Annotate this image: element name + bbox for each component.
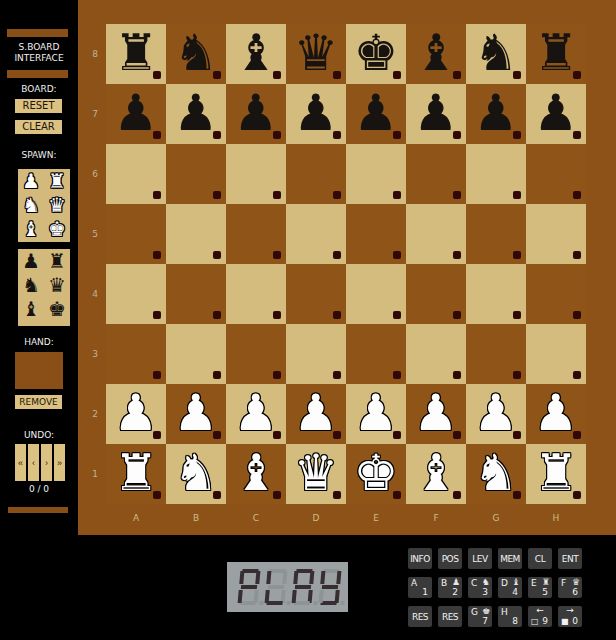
square-e1[interactable]: ♚ — [346, 444, 406, 504]
square-e2[interactable]: ♟ — [346, 384, 406, 444]
spawn-black-knight[interactable]: ♞ — [18, 273, 44, 297]
queen-icon: ♛ — [572, 577, 580, 587]
square-g1[interactable]: ♞ — [466, 444, 526, 504]
square-led-dot — [573, 191, 581, 199]
square-g4[interactable] — [466, 264, 526, 324]
square-led-dot — [333, 71, 341, 79]
square-led-dot — [273, 431, 281, 439]
square-led-dot — [273, 251, 281, 259]
key-right-0[interactable]: →■0 — [558, 606, 582, 627]
square-led-dot — [573, 251, 581, 259]
board-squares: ♜♞♝♛♚♝♞♜♟♟♟♟♟♟♟♟♟♟♟♟♟♟♟♟♜♞♝♛♚♝♞♜ — [106, 24, 586, 504]
square-f4[interactable] — [406, 264, 466, 324]
square-b6[interactable] — [166, 144, 226, 204]
square-f5[interactable] — [406, 204, 466, 264]
spawn-palette-white: ♟♜♞♛♝♚ — [18, 169, 70, 242]
file-label-d: D — [286, 504, 346, 532]
file-label-c: C — [226, 504, 286, 532]
redo-forward-button[interactable]: › — [41, 444, 52, 481]
key-f6[interactable]: F♛6 — [558, 577, 582, 598]
square-led-dot — [153, 191, 161, 199]
square-e6[interactable] — [346, 144, 406, 204]
square-c5[interactable] — [226, 204, 286, 264]
square-h7[interactable]: ♟ — [526, 84, 586, 144]
square-b8[interactable]: ♞ — [166, 24, 226, 84]
square-led-dot — [573, 131, 581, 139]
square-led-dot — [213, 191, 221, 199]
square-d4[interactable] — [286, 264, 346, 324]
undo-counter: 0 / 0 — [0, 484, 78, 494]
square-a8[interactable]: ♜ — [106, 24, 166, 84]
square-d8[interactable]: ♛ — [286, 24, 346, 84]
lcd-char-y — [318, 569, 341, 605]
square-led-dot — [153, 431, 161, 439]
square-led-dot — [453, 431, 461, 439]
square-led-dot — [393, 71, 401, 79]
square-led-dot — [213, 311, 221, 319]
square-h3[interactable] — [526, 324, 586, 384]
square-h5[interactable] — [526, 204, 586, 264]
file-label-f: F — [406, 504, 466, 532]
square-g2[interactable]: ♟ — [466, 384, 526, 444]
square-led-dot — [393, 431, 401, 439]
undo-back-button[interactable]: ‹ — [28, 444, 39, 481]
square-c1[interactable]: ♝ — [226, 444, 286, 504]
key-a1[interactable]: A1 — [408, 577, 432, 598]
square-led-dot — [513, 491, 521, 499]
square-led-dot — [213, 71, 221, 79]
square-d2[interactable]: ♟ — [286, 384, 346, 444]
right-arrow-icon: → — [558, 605, 582, 615]
lcd-display — [227, 562, 348, 612]
square-g6[interactable] — [466, 144, 526, 204]
square-led-dot — [273, 371, 281, 379]
square-led-dot — [153, 371, 161, 379]
accent-bar-mid — [7, 70, 68, 78]
square-c6[interactable] — [226, 144, 286, 204]
square-led-dot — [573, 371, 581, 379]
square-e3[interactable] — [346, 324, 406, 384]
square-led-dot — [513, 71, 521, 79]
square-led-dot — [453, 251, 461, 259]
square-led-dot — [213, 251, 221, 259]
king-icon: ♚ — [482, 606, 490, 616]
square-b3[interactable] — [166, 324, 226, 384]
square-d7[interactable]: ♟ — [286, 84, 346, 144]
undo-section-label: UNDO: — [0, 430, 78, 440]
square-led-dot — [273, 191, 281, 199]
key-c3[interactable]: C♞3 — [468, 577, 492, 598]
square-led-dot — [393, 491, 401, 499]
key-left-9[interactable]: ←□9 — [528, 606, 552, 627]
square-c4[interactable] — [226, 264, 286, 324]
rook-icon: ♜ — [542, 577, 550, 587]
square-h6[interactable] — [526, 144, 586, 204]
redo-last-button[interactable]: » — [54, 444, 65, 481]
reset-button[interactable]: RESET — [15, 99, 62, 113]
square-d6[interactable] — [286, 144, 346, 204]
square-led-dot — [333, 371, 341, 379]
square-led-dot — [513, 311, 521, 319]
square-led-dot — [513, 431, 521, 439]
rank-label-5: 5 — [78, 204, 104, 264]
square-led-dot — [333, 131, 341, 139]
pawn-icon: ♟ — [452, 577, 460, 587]
square-a4[interactable] — [106, 264, 166, 324]
app-title-line2: INTERFACE — [0, 53, 78, 63]
key-pos[interactable]: POS — [438, 548, 462, 569]
file-labels: ABCDEFGH — [106, 504, 586, 532]
square-c3[interactable] — [226, 324, 286, 384]
square-f2[interactable]: ♟ — [406, 384, 466, 444]
square-g3[interactable] — [466, 324, 526, 384]
accent-bar-top — [7, 29, 68, 37]
square-b2[interactable]: ♟ — [166, 384, 226, 444]
square-e4[interactable] — [346, 264, 406, 324]
rank-label-7: 7 — [78, 84, 104, 144]
square-led-dot — [393, 371, 401, 379]
filled-square-icon: ■ — [561, 617, 569, 626]
square-led-dot — [273, 131, 281, 139]
square-f6[interactable] — [406, 144, 466, 204]
square-led-dot — [393, 311, 401, 319]
sboard-interface-app: S.BOARD INTERFACE BOARD: RESET CLEAR SPA… — [0, 0, 616, 640]
square-b1[interactable]: ♞ — [166, 444, 226, 504]
control-panel: INFOPOSLEVMEMCLENTA1B♟2C♞3D♝4E♜5F♛6RESRE… — [78, 535, 616, 640]
square-led-dot — [153, 491, 161, 499]
square-led-dot — [333, 431, 341, 439]
square-b7[interactable]: ♟ — [166, 84, 226, 144]
key-d4[interactable]: D♝4 — [498, 577, 522, 598]
square-led-dot — [213, 431, 221, 439]
spawn-white-bishop[interactable]: ♝ — [18, 217, 44, 241]
key-lev[interactable]: LEV — [468, 548, 492, 569]
file-label-b: B — [166, 504, 226, 532]
square-led-dot — [333, 311, 341, 319]
key-res-2[interactable]: RES — [438, 606, 462, 627]
square-d3[interactable] — [286, 324, 346, 384]
undo-first-button[interactable]: « — [15, 444, 26, 481]
square-led-dot — [453, 311, 461, 319]
spawn-white-knight[interactable]: ♞ — [18, 193, 44, 217]
square-led-dot — [393, 251, 401, 259]
square-led-dot — [333, 191, 341, 199]
lcd-char-l — [264, 569, 287, 605]
spawn-black-king[interactable]: ♚ — [44, 297, 70, 321]
clear-button[interactable]: CLEAR — [15, 120, 62, 134]
key-mem[interactable]: MEM — [498, 548, 522, 569]
square-led-dot — [273, 491, 281, 499]
rank-label-3: 3 — [78, 324, 104, 384]
spawn-black-bishop[interactable]: ♝ — [18, 297, 44, 321]
lcd-char-p — [237, 569, 260, 605]
square-led-dot — [153, 311, 161, 319]
square-led-dot — [393, 131, 401, 139]
square-led-dot — [393, 191, 401, 199]
square-led-dot — [513, 251, 521, 259]
key-e5[interactable]: E♜5 — [528, 577, 552, 598]
square-d5[interactable] — [286, 204, 346, 264]
bishop-icon: ♝ — [512, 577, 520, 587]
lcd-char-a — [291, 569, 314, 605]
square-led-dot — [333, 491, 341, 499]
board-section-label: BOARD: — [0, 84, 78, 94]
hand-section-label: HAND: — [0, 337, 78, 347]
app-title-line1: S.BOARD — [0, 42, 78, 52]
square-led-dot — [573, 71, 581, 79]
square-f7[interactable]: ♟ — [406, 84, 466, 144]
square-b4[interactable] — [166, 264, 226, 324]
square-led-dot — [453, 131, 461, 139]
square-a7[interactable]: ♟ — [106, 84, 166, 144]
square-a5[interactable] — [106, 204, 166, 264]
square-led-dot — [213, 131, 221, 139]
square-c2[interactable]: ♟ — [226, 384, 286, 444]
sidebar: S.BOARD INTERFACE BOARD: RESET CLEAR SPA… — [0, 0, 78, 640]
rank-label-8: 8 — [78, 24, 104, 84]
square-g7[interactable]: ♟ — [466, 84, 526, 144]
square-led-dot — [453, 191, 461, 199]
square-h2[interactable]: ♟ — [526, 384, 586, 444]
square-g5[interactable] — [466, 204, 526, 264]
square-a2[interactable]: ♟ — [106, 384, 166, 444]
square-b5[interactable] — [166, 204, 226, 264]
square-f8[interactable]: ♝ — [406, 24, 466, 84]
square-led-dot — [333, 251, 341, 259]
file-label-a: A — [106, 504, 166, 532]
spawn-black-rook[interactable]: ♜ — [44, 249, 70, 273]
spawn-white-queen[interactable]: ♛ — [44, 193, 70, 217]
rank-label-2: 2 — [78, 384, 104, 444]
square-led-dot — [273, 311, 281, 319]
rank-label-4: 4 — [78, 264, 104, 324]
spawn-white-pawn[interactable]: ♟ — [18, 169, 44, 193]
spawn-white-rook[interactable]: ♜ — [44, 169, 70, 193]
square-e5[interactable] — [346, 204, 406, 264]
square-h1[interactable]: ♜ — [526, 444, 586, 504]
remove-button[interactable]: REMOVE — [15, 395, 62, 409]
square-led-dot — [153, 131, 161, 139]
rank-label-1: 1 — [78, 444, 104, 504]
rank-labels: 87654321 — [78, 24, 104, 504]
square-a6[interactable] — [106, 144, 166, 204]
square-f3[interactable] — [406, 324, 466, 384]
square-a3[interactable] — [106, 324, 166, 384]
key-h8[interactable]: H8 — [498, 606, 522, 627]
square-e7[interactable]: ♟ — [346, 84, 406, 144]
spawn-black-queen[interactable]: ♛ — [44, 273, 70, 297]
square-led-dot — [513, 131, 521, 139]
key-info[interactable]: INFO — [408, 548, 432, 569]
spawn-palette-black: ♟♜♞♛♝♚ — [18, 249, 70, 326]
square-led-dot — [573, 491, 581, 499]
square-led-dot — [453, 71, 461, 79]
square-led-dot — [573, 311, 581, 319]
square-led-dot — [213, 371, 221, 379]
square-h8[interactable]: ♜ — [526, 24, 586, 84]
hand-slot[interactable] — [15, 352, 63, 389]
key-ent[interactable]: ENT — [558, 548, 582, 569]
square-c7[interactable]: ♟ — [226, 84, 286, 144]
spawn-black-pawn[interactable]: ♟ — [18, 249, 44, 273]
spawn-section-label: SPAWN: — [0, 150, 78, 160]
undo-controls: « ‹ › » — [15, 444, 66, 481]
file-label-g: G — [466, 504, 526, 532]
square-a1[interactable]: ♜ — [106, 444, 166, 504]
square-f1[interactable]: ♝ — [406, 444, 466, 504]
square-led-dot — [213, 491, 221, 499]
file-label-e: E — [346, 504, 406, 532]
key-cl[interactable]: CL — [528, 548, 552, 569]
square-led-dot — [273, 71, 281, 79]
key-b2[interactable]: B♟2 — [438, 577, 462, 598]
square-led-dot — [453, 371, 461, 379]
left-arrow-icon: ← — [528, 605, 552, 615]
square-led-dot — [573, 431, 581, 439]
square-led-dot — [513, 371, 521, 379]
rank-label-6: 6 — [78, 144, 104, 204]
knight-icon: ♞ — [482, 577, 490, 587]
square-g8[interactable]: ♞ — [466, 24, 526, 84]
key-g7[interactable]: G♚7 — [468, 606, 492, 627]
accent-bar-bottom — [8, 507, 68, 513]
square-led-dot — [153, 71, 161, 79]
keypad: INFOPOSLEVMEMCLENTA1B♟2C♞3D♝4E♜5F♛6RESRE… — [408, 548, 582, 627]
spawn-white-king[interactable]: ♚ — [44, 217, 70, 241]
square-c8[interactable]: ♝ — [226, 24, 286, 84]
square-h4[interactable] — [526, 264, 586, 324]
square-d1[interactable]: ♛ — [286, 444, 346, 504]
white-square-icon: □ — [531, 617, 539, 626]
file-label-h: H — [526, 504, 586, 532]
square-led-dot — [453, 491, 461, 499]
square-led-dot — [153, 251, 161, 259]
chess-board: 87654321 ♜♞♝♛♚♝♞♜♟♟♟♟♟♟♟♟♟♟♟♟♟♟♟♟♜♞♝♛♚♝♞… — [78, 0, 616, 535]
square-e8[interactable]: ♚ — [346, 24, 406, 84]
key-res-1[interactable]: RES — [408, 606, 432, 627]
square-led-dot — [513, 191, 521, 199]
